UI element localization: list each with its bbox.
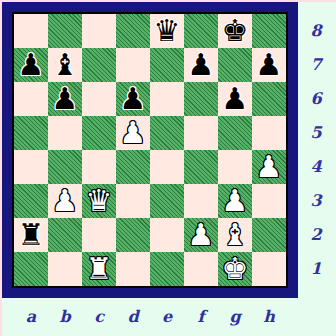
piece-white-pawn-b3[interactable]: ♟ <box>48 184 82 218</box>
square-c4[interactable] <box>82 150 116 184</box>
square-g1[interactable]: ♚ <box>218 252 252 286</box>
rank-label-4: 4 <box>299 150 333 184</box>
piece-white-rook-c1[interactable]: ♜ <box>82 252 116 286</box>
square-g7[interactable] <box>218 48 252 82</box>
rank-label-2: 2 <box>299 218 333 252</box>
square-f8[interactable] <box>184 14 218 48</box>
square-b8[interactable] <box>48 14 82 48</box>
file-label-g: g <box>218 298 252 336</box>
square-d3[interactable] <box>116 184 150 218</box>
square-h2[interactable] <box>252 218 286 252</box>
square-c6[interactable] <box>82 82 116 116</box>
square-c5[interactable] <box>82 116 116 150</box>
rank-label-7: 7 <box>299 48 333 82</box>
piece-black-pawn-g6[interactable]: ♟ <box>218 82 252 116</box>
piece-black-pawn-h7[interactable]: ♟ <box>252 48 286 82</box>
piece-black-pawn-b6[interactable]: ♟ <box>48 82 82 116</box>
square-h6[interactable] <box>252 82 286 116</box>
square-e7[interactable] <box>150 48 184 82</box>
square-f3[interactable] <box>184 184 218 218</box>
square-a4[interactable] <box>14 150 48 184</box>
rank-label-6: 6 <box>299 82 333 116</box>
square-c2[interactable] <box>82 218 116 252</box>
chess-board-squares: ♛♚♟♝♟♟♟♟♟♟♟♟♛♟♜♟♝♜♚ <box>12 12 288 288</box>
square-d8[interactable] <box>116 14 150 48</box>
piece-black-queen-e8[interactable]: ♛ <box>150 14 184 48</box>
square-f6[interactable] <box>184 82 218 116</box>
square-f5[interactable] <box>184 116 218 150</box>
square-d6[interactable]: ♟ <box>116 82 150 116</box>
square-e1[interactable] <box>150 252 184 286</box>
square-e6[interactable] <box>150 82 184 116</box>
square-a7[interactable]: ♟ <box>14 48 48 82</box>
square-g5[interactable] <box>218 116 252 150</box>
piece-white-bishop-g2[interactable]: ♝ <box>218 218 252 252</box>
square-b5[interactable] <box>48 116 82 150</box>
square-g6[interactable]: ♟ <box>218 82 252 116</box>
square-a3[interactable] <box>14 184 48 218</box>
square-d2[interactable] <box>116 218 150 252</box>
square-h7[interactable]: ♟ <box>252 48 286 82</box>
square-h1[interactable] <box>252 252 286 286</box>
square-f1[interactable] <box>184 252 218 286</box>
square-f7[interactable]: ♟ <box>184 48 218 82</box>
piece-white-pawn-h4[interactable]: ♟ <box>252 150 286 184</box>
file-label-e: e <box>150 298 184 336</box>
square-e2[interactable] <box>150 218 184 252</box>
square-h3[interactable] <box>252 184 286 218</box>
square-d5[interactable]: ♟ <box>116 116 150 150</box>
square-g2[interactable]: ♝ <box>218 218 252 252</box>
piece-white-pawn-d5[interactable]: ♟ <box>116 116 150 150</box>
piece-white-pawn-g3[interactable]: ♟ <box>218 184 252 218</box>
piece-black-pawn-a7[interactable]: ♟ <box>14 48 48 82</box>
piece-white-king-g1[interactable]: ♚ <box>218 252 252 286</box>
square-c3[interactable]: ♛ <box>82 184 116 218</box>
file-label-a: a <box>14 298 48 336</box>
square-h4[interactable]: ♟ <box>252 150 286 184</box>
file-label-b: b <box>48 298 82 336</box>
rank-label-1: 1 <box>299 252 333 286</box>
square-b1[interactable] <box>48 252 82 286</box>
square-d7[interactable] <box>116 48 150 82</box>
square-c8[interactable] <box>82 14 116 48</box>
square-f4[interactable] <box>184 150 218 184</box>
square-g8[interactable]: ♚ <box>218 14 252 48</box>
square-a2[interactable]: ♜ <box>14 218 48 252</box>
piece-black-pawn-f7[interactable]: ♟ <box>184 48 218 82</box>
square-c7[interactable] <box>82 48 116 82</box>
square-g4[interactable] <box>218 150 252 184</box>
file-label-d: d <box>116 298 150 336</box>
rank-label-5: 5 <box>299 116 333 150</box>
chess-board: ♛♚♟♝♟♟♟♟♟♟♟♟♛♟♜♟♝♜♚ <box>2 2 298 298</box>
square-c1[interactable]: ♜ <box>82 252 116 286</box>
square-a5[interactable] <box>14 116 48 150</box>
file-label-f: f <box>184 298 218 336</box>
square-b4[interactable] <box>48 150 82 184</box>
piece-black-rook-a2[interactable]: ♜ <box>14 218 48 252</box>
square-a8[interactable] <box>14 14 48 48</box>
square-b2[interactable] <box>48 218 82 252</box>
square-e5[interactable] <box>150 116 184 150</box>
square-d4[interactable] <box>116 150 150 184</box>
square-a6[interactable] <box>14 82 48 116</box>
rank-label-8: 8 <box>299 14 333 48</box>
file-label-h: h <box>252 298 286 336</box>
piece-black-king-g8[interactable]: ♚ <box>218 14 252 48</box>
piece-black-pawn-d6[interactable]: ♟ <box>116 82 150 116</box>
rank-label-3: 3 <box>299 184 333 218</box>
square-h8[interactable] <box>252 14 286 48</box>
square-e4[interactable] <box>150 150 184 184</box>
square-b6[interactable]: ♟ <box>48 82 82 116</box>
square-d1[interactable] <box>116 252 150 286</box>
piece-white-queen-c3[interactable]: ♛ <box>82 184 116 218</box>
square-e8[interactable]: ♛ <box>150 14 184 48</box>
square-g3[interactable]: ♟ <box>218 184 252 218</box>
file-label-c: c <box>82 298 116 336</box>
piece-black-bishop-b7[interactable]: ♝ <box>48 48 82 82</box>
square-e3[interactable] <box>150 184 184 218</box>
piece-white-pawn-f2[interactable]: ♟ <box>184 218 218 252</box>
square-b3[interactable]: ♟ <box>48 184 82 218</box>
square-h5[interactable] <box>252 116 286 150</box>
square-a1[interactable] <box>14 252 48 286</box>
square-b7[interactable]: ♝ <box>48 48 82 82</box>
square-f2[interactable]: ♟ <box>184 218 218 252</box>
